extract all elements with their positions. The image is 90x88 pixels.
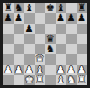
square-e7[interactable]	[45, 13, 56, 23]
square-h4[interactable]	[77, 44, 88, 54]
square-b8[interactable]: ♞	[14, 3, 25, 13]
square-h2[interactable]: ♟	[77, 65, 88, 75]
square-a8[interactable]: ♜	[3, 3, 14, 13]
square-h7[interactable]: ♟	[77, 13, 88, 23]
square-e2[interactable]	[45, 65, 56, 75]
square-a1[interactable]	[3, 75, 14, 85]
white-queen: ♛	[35, 54, 44, 64]
square-g1[interactable]: ♞	[66, 75, 77, 85]
black-pawn: ♟	[67, 13, 76, 23]
square-f6[interactable]	[56, 24, 67, 34]
square-d2[interactable]: ♝	[35, 65, 46, 75]
black-pawn: ♟	[25, 24, 34, 34]
white-pawn: ♟	[56, 65, 65, 75]
white-bishop: ♝	[56, 75, 65, 85]
chess-board-frame: ♜♞♝♚♝♜♟♟♟♟♟♟♛♞♛♟♟♟♝♟♟♟♚♜♝♞♜	[0, 0, 90, 88]
square-c2[interactable]: ♟	[24, 65, 35, 75]
white-bishop: ♝	[35, 65, 44, 75]
square-b6[interactable]	[14, 24, 25, 34]
square-a6[interactable]	[3, 24, 14, 34]
square-f1[interactable]: ♝	[56, 75, 67, 85]
square-h5[interactable]	[77, 34, 88, 44]
black-bishop: ♝	[25, 3, 34, 13]
square-d1[interactable]: ♜	[35, 75, 46, 85]
square-d7[interactable]	[35, 13, 46, 23]
square-b1[interactable]	[14, 75, 25, 85]
square-g5[interactable]	[66, 34, 77, 44]
square-c5[interactable]	[24, 34, 35, 44]
black-bishop: ♝	[56, 3, 65, 13]
square-h8[interactable]: ♜	[77, 3, 88, 13]
black-pawn: ♟	[77, 13, 86, 23]
square-g3[interactable]	[66, 54, 77, 64]
square-e3[interactable]	[45, 54, 56, 64]
square-h6[interactable]	[77, 24, 88, 34]
square-h1[interactable]: ♜	[77, 75, 88, 85]
white-pawn: ♟	[25, 65, 34, 75]
black-knight: ♞	[14, 3, 23, 13]
square-f4[interactable]	[56, 44, 67, 54]
square-f7[interactable]: ♟	[56, 13, 67, 23]
square-e4[interactable]: ♞	[45, 44, 56, 54]
white-pawn: ♟	[14, 65, 23, 75]
square-b5[interactable]	[14, 34, 25, 44]
white-king: ♚	[25, 75, 34, 85]
black-knight: ♞	[46, 44, 55, 54]
square-c3[interactable]	[24, 54, 35, 64]
white-pawn: ♟	[4, 65, 13, 75]
white-rook: ♜	[77, 75, 86, 85]
chess-board: ♜♞♝♚♝♜♟♟♟♟♟♟♛♞♛♟♟♟♝♟♟♟♚♜♝♞♜	[3, 3, 87, 85]
square-e5[interactable]: ♛	[45, 34, 56, 44]
square-c6[interactable]: ♟	[24, 24, 35, 34]
square-f2[interactable]: ♟	[56, 65, 67, 75]
black-rook: ♜	[4, 3, 13, 13]
square-g2[interactable]: ♟	[66, 65, 77, 75]
square-c1[interactable]: ♚	[24, 75, 35, 85]
white-pawn: ♟	[77, 65, 86, 75]
square-f5[interactable]	[56, 34, 67, 44]
square-e1[interactable]	[45, 75, 56, 85]
square-d5[interactable]	[35, 34, 46, 44]
square-c7[interactable]	[24, 13, 35, 23]
square-h3[interactable]	[77, 54, 88, 64]
square-g7[interactable]: ♟	[66, 13, 77, 23]
square-g4[interactable]	[66, 44, 77, 54]
black-rook: ♜	[77, 3, 86, 13]
square-d3[interactable]: ♛	[35, 54, 46, 64]
square-g8[interactable]	[66, 3, 77, 13]
square-b3[interactable]	[14, 54, 25, 64]
square-c4[interactable]	[24, 44, 35, 54]
square-e8[interactable]: ♚	[45, 3, 56, 13]
white-knight: ♞	[67, 75, 76, 85]
square-a3[interactable]	[3, 54, 14, 64]
black-queen: ♛	[46, 34, 55, 44]
square-f8[interactable]: ♝	[56, 3, 67, 13]
black-king: ♚	[46, 3, 55, 13]
square-e6[interactable]	[45, 24, 56, 34]
white-pawn: ♟	[67, 65, 76, 75]
black-pawn: ♟	[56, 13, 65, 23]
square-c8[interactable]: ♝	[24, 3, 35, 13]
black-pawn: ♟	[4, 13, 13, 23]
white-rook: ♜	[35, 75, 44, 85]
square-b2[interactable]: ♟	[14, 65, 25, 75]
square-b4[interactable]	[14, 44, 25, 54]
square-d8[interactable]	[35, 3, 46, 13]
square-b7[interactable]: ♟	[14, 13, 25, 23]
square-d4[interactable]	[35, 44, 46, 54]
square-a2[interactable]: ♟	[3, 65, 14, 75]
square-a7[interactable]: ♟	[3, 13, 14, 23]
square-f3[interactable]	[56, 54, 67, 64]
square-d6[interactable]	[35, 24, 46, 34]
square-a5[interactable]	[3, 34, 14, 44]
square-a4[interactable]	[3, 44, 14, 54]
black-pawn: ♟	[14, 13, 23, 23]
square-g6[interactable]	[66, 24, 77, 34]
